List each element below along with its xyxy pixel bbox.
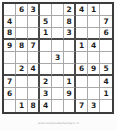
cell-r7c2 [16,76,28,88]
cell-r6c8: 9 [88,64,100,76]
cell-r7c3 [28,76,40,88]
cell-r1c4 [40,4,52,16]
cell-r9c6 [64,100,76,112]
cell-r2c7 [76,16,88,28]
cell-r7c8 [88,76,100,88]
cell-r4c7: 1 [76,40,88,52]
cell-r9c7: 7 [76,100,88,112]
cell-r1c6: 2 [64,4,76,16]
cell-r2c9: 7 [100,16,112,28]
cell-r3c9: 6 [100,28,112,40]
cell-r9c3: 8 [28,100,40,112]
cell-r2c3 [28,16,40,28]
cell-r3c7 [76,28,88,40]
cell-r8c4: 3 [40,88,52,100]
cell-r2c6: 8 [64,16,76,28]
cell-r1c9 [100,4,112,16]
cell-r9c1 [4,100,16,112]
cell-r3c4: 1 [40,28,52,40]
cell-r8c6: 9 [64,88,76,100]
cell-r6c7: 6 [76,64,88,76]
cell-r5c7 [76,52,88,64]
cell-r8c7 [76,88,88,100]
cell-r1c3: 3 [28,4,40,16]
cell-r9c4: 4 [40,100,52,112]
cell-r7c4: 2 [40,76,52,88]
cell-r4c3: 7 [28,40,40,52]
cell-r7c5 [52,76,64,88]
cell-r5c3 [28,52,40,64]
cell-r9c8: 3 [88,100,100,112]
cell-r6c5 [52,64,64,76]
cell-r6c6 [64,64,76,76]
cell-r6c9: 5 [100,64,112,76]
cell-r7c9: 4 [100,76,112,88]
cell-r7c1: 7 [4,76,16,88]
cell-r6c1 [4,64,16,76]
cell-r6c2: 2 [16,64,28,76]
cell-r3c3 [28,28,40,40]
cell-r2c8 [88,16,100,28]
cell-r6c4 [40,64,52,76]
cell-r5c1 [4,52,16,64]
cell-r7c6: 1 [64,76,76,88]
cell-r7c7 [76,76,88,88]
cell-r3c1: 8 [4,28,16,40]
watermark-url: www.sudokudastampare.it [32,121,85,124]
cell-r3c8 [88,28,100,40]
cell-r8c9: 1 [100,88,112,100]
cell-r6c3: 4 [28,64,40,76]
cell-r8c5 [52,88,64,100]
cell-r9c2: 1 [16,100,28,112]
cell-r3c5 [52,28,64,40]
cell-r8c8 [88,88,100,100]
cell-r4c1: 9 [4,40,16,52]
cell-r4c8: 4 [88,40,100,52]
cell-r2c1: 4 [4,16,16,28]
sudoku-board: 6324145878136987143246957214639118473 [2,2,114,114]
cell-r2c4: 5 [40,16,52,28]
cell-r4c5 [52,40,64,52]
cell-r4c9 [100,40,112,52]
cell-r8c2 [16,88,28,100]
cell-r1c7: 4 [76,4,88,16]
cell-r4c6 [64,40,76,52]
cell-r5c8 [88,52,100,64]
cell-r9c9 [100,100,112,112]
cell-r3c6: 3 [64,28,76,40]
cell-r5c5: 3 [52,52,64,64]
cell-r1c1 [4,4,16,16]
cell-r5c2 [16,52,28,64]
cell-r2c2 [16,16,28,28]
cell-r5c6 [64,52,76,64]
cell-r8c1: 6 [4,88,16,100]
cell-r9c5 [52,100,64,112]
cell-r1c2: 6 [16,4,28,16]
cell-r3c2 [16,28,28,40]
cell-r1c8: 1 [88,4,100,16]
cell-r5c4 [40,52,52,64]
cell-r2c5 [52,16,64,28]
cell-r1c5 [52,4,64,16]
cell-r4c4 [40,40,52,52]
cell-r5c9 [100,52,112,64]
cell-r4c2: 8 [16,40,28,52]
cell-r8c3 [28,88,40,100]
